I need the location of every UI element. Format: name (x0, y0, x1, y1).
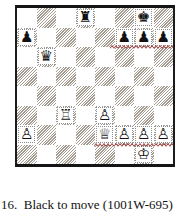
square-c4 (56, 86, 76, 106)
square-c8 (56, 8, 76, 28)
square-b8 (37, 8, 57, 28)
piece-glyph: ♜︎ (79, 10, 92, 25)
square-g5 (134, 67, 154, 87)
square-g2: ♙︎ (134, 125, 154, 145)
square-a4 (17, 86, 37, 106)
piece-glyph: ♙︎ (137, 127, 150, 142)
black-pawn-piece: ♟︎ (18, 29, 35, 46)
black-pawn-piece: ♟︎ (155, 29, 172, 46)
square-b6: ♛︎ (37, 47, 57, 67)
book-diagram-page: ♜︎♚︎♟︎♟︎♟︎♟︎♛︎♖︎♙︎♙︎♕︎♙︎♙︎♙︎♔︎ 16. Black… (0, 0, 182, 218)
square-a8 (17, 8, 37, 28)
square-c5 (56, 67, 76, 87)
square-a3 (17, 106, 37, 126)
white-pawn-piece: ♙︎ (155, 126, 172, 143)
square-b2 (37, 125, 57, 145)
square-a6 (17, 47, 37, 67)
white-king-piece: ♔︎ (135, 146, 152, 163)
square-b3 (37, 106, 57, 126)
piece-glyph: ♛︎ (40, 49, 53, 64)
piece-glyph: ♙︎ (98, 108, 111, 123)
chess-board-frame: ♜︎♚︎♟︎♟︎♟︎♟︎♛︎♖︎♙︎♙︎♕︎♙︎♙︎♙︎♔︎ (15, 5, 175, 167)
square-d7 (76, 28, 96, 48)
square-a2: ♙︎ (17, 125, 37, 145)
white-pawn-piece: ♙︎ (116, 126, 133, 143)
white-pawn-piece: ♙︎ (135, 126, 152, 143)
square-d3 (76, 106, 96, 126)
white-pawn-piece: ♙︎ (96, 107, 113, 124)
piece-glyph: ♙︎ (20, 127, 33, 142)
square-d5 (76, 67, 96, 87)
square-h5 (154, 67, 174, 87)
square-f2: ♙︎ (115, 125, 135, 145)
black-king-piece: ♚︎ (135, 9, 152, 26)
square-d4 (76, 86, 96, 106)
square-h6 (154, 47, 174, 67)
square-b5 (37, 67, 57, 87)
square-c7 (56, 28, 76, 48)
square-f6 (115, 47, 135, 67)
square-g6 (134, 47, 154, 67)
red-wavy-underline-rank2-icon (94, 143, 173, 147)
square-g1: ♔︎ (134, 145, 154, 165)
square-e4 (95, 86, 115, 106)
square-e5 (95, 67, 115, 87)
square-g3 (134, 106, 154, 126)
chess-board: ♜︎♚︎♟︎♟︎♟︎♟︎♛︎♖︎♙︎♙︎♕︎♙︎♙︎♙︎♔︎ (17, 8, 173, 164)
square-a7: ♟︎ (17, 28, 37, 48)
piece-glyph: ♟︎ (118, 30, 131, 45)
square-c6 (56, 47, 76, 67)
square-g4 (134, 86, 154, 106)
white-pawn-piece: ♙︎ (18, 126, 35, 143)
square-e6 (95, 47, 115, 67)
square-d6 (76, 47, 96, 67)
piece-glyph: ♟︎ (20, 30, 33, 45)
square-d1 (76, 145, 96, 165)
piece-glyph: ♚︎ (137, 10, 150, 25)
square-h8 (154, 8, 174, 28)
square-h2: ♙︎ (154, 125, 174, 145)
black-rook-piece: ♜︎ (77, 9, 94, 26)
square-a1 (17, 145, 37, 165)
piece-glyph: ♖︎ (59, 108, 72, 123)
piece-glyph: ♟︎ (157, 30, 170, 45)
square-c2 (56, 125, 76, 145)
red-wavy-underline-rank7-icon (110, 45, 173, 49)
piece-glyph: ♟︎ (137, 30, 150, 45)
piece-glyph: ♙︎ (118, 127, 131, 142)
square-e8 (95, 8, 115, 28)
square-e2: ♕︎ (95, 125, 115, 145)
square-f1 (115, 145, 135, 165)
piece-glyph: ♕︎ (98, 127, 111, 142)
square-e3: ♙︎ (95, 106, 115, 126)
square-f4 (115, 86, 135, 106)
square-c3: ♖︎ (56, 106, 76, 126)
piece-glyph: ♔︎ (137, 147, 150, 162)
white-rook-piece: ♖︎ (57, 107, 74, 124)
square-a5 (17, 67, 37, 87)
square-b4 (37, 86, 57, 106)
square-h1 (154, 145, 174, 165)
square-f5 (115, 67, 135, 87)
square-h3 (154, 106, 174, 126)
white-queen-piece: ♕︎ (96, 126, 113, 143)
square-g8: ♚︎ (134, 8, 154, 28)
square-d2 (76, 125, 96, 145)
diagram-caption: 16. Black to move (1001W-695) (1, 197, 182, 213)
black-queen-piece: ♛︎ (38, 48, 55, 65)
square-f3 (115, 106, 135, 126)
square-h4 (154, 86, 174, 106)
square-c1 (56, 145, 76, 165)
black-pawn-piece: ♟︎ (135, 29, 152, 46)
square-b1 (37, 145, 57, 165)
black-pawn-piece: ♟︎ (116, 29, 133, 46)
square-f8 (115, 8, 135, 28)
piece-glyph: ♙︎ (157, 127, 170, 142)
square-b7 (37, 28, 57, 48)
square-e1 (95, 145, 115, 165)
square-d8: ♜︎ (76, 8, 96, 28)
